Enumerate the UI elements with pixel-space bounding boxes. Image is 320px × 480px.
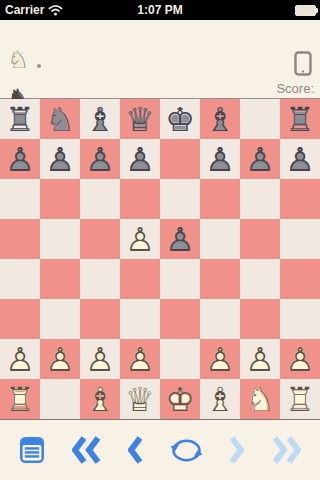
- square-b8[interactable]: ♞♘: [40, 99, 80, 139]
- square-b7[interactable]: ♟♙: [40, 139, 80, 179]
- square-f4[interactable]: [200, 259, 240, 299]
- square-g7[interactable]: ♟♙: [240, 139, 280, 179]
- square-f5[interactable]: [200, 219, 240, 259]
- square-f3[interactable]: [200, 299, 240, 339]
- jump-to-start-button[interactable]: [72, 435, 102, 465]
- square-h7[interactable]: ♟♙: [280, 139, 320, 179]
- jump-to-end-button[interactable]: [271, 435, 301, 465]
- battery-icon: [295, 5, 316, 16]
- chevron-right-icon: [229, 435, 244, 465]
- square-d8[interactable]: ♛♕: [120, 99, 160, 139]
- square-f6[interactable]: [200, 179, 240, 219]
- captured-row-dot: [37, 64, 41, 68]
- double-chevron-left-icon: [72, 435, 102, 465]
- square-h1[interactable]: ♜♖: [280, 379, 320, 419]
- square-f2[interactable]: ♟♙: [200, 339, 240, 379]
- square-g3[interactable]: [240, 299, 280, 339]
- square-c6[interactable]: [80, 179, 120, 219]
- square-b5[interactable]: [40, 219, 80, 259]
- square-a7[interactable]: ♟♙: [0, 139, 40, 179]
- chevron-left-icon: [128, 435, 143, 465]
- square-h6[interactable]: [280, 179, 320, 219]
- status-bar: Carrier 1:07 PM: [0, 0, 320, 20]
- square-d5[interactable]: ♟♙: [120, 219, 160, 259]
- previous-move-button[interactable]: [128, 435, 143, 465]
- square-c2[interactable]: ♟♙: [80, 339, 120, 379]
- square-b2[interactable]: ♟♙: [40, 339, 80, 379]
- square-g1[interactable]: ♞♘: [240, 379, 280, 419]
- white-knight-captured-icon: ♞♘: [5, 46, 31, 74]
- board-frame: ♜♖♞♘♝♗♛♕♚♔♝♗♜♖♟♙♟♙♟♙♟♙♟♙♟♙♟♙♟♙♟♙♟♙♟♙♟♙♟♙…: [0, 98, 320, 420]
- square-f8[interactable]: ♝♗: [200, 99, 240, 139]
- square-h4[interactable]: [280, 259, 320, 299]
- square-b1[interactable]: [40, 379, 80, 419]
- captured-white-knight-row: ♞♘: [5, 46, 41, 74]
- square-e4[interactable]: [160, 259, 200, 299]
- next-move-button[interactable]: [229, 435, 244, 465]
- square-b3[interactable]: [40, 299, 80, 339]
- square-a1[interactable]: ♜♖: [0, 379, 40, 419]
- sync-loop-icon: [170, 437, 203, 464]
- square-f1[interactable]: ♝♗: [200, 379, 240, 419]
- square-c1[interactable]: ♝♗: [80, 379, 120, 419]
- square-h5[interactable]: [280, 219, 320, 259]
- square-d1[interactable]: ♛♕: [120, 379, 160, 419]
- square-a5[interactable]: [0, 219, 40, 259]
- square-h2[interactable]: ♟♙: [280, 339, 320, 379]
- square-b4[interactable]: [40, 259, 80, 299]
- square-a8[interactable]: ♜♖: [0, 99, 40, 139]
- square-a4[interactable]: [0, 259, 40, 299]
- chess-app-screen: Carrier 1:07 PM ♞♘ ♞♘: [0, 0, 320, 480]
- square-c8[interactable]: ♝♗: [80, 99, 120, 139]
- square-g6[interactable]: [240, 179, 280, 219]
- square-d2[interactable]: ♟♙: [120, 339, 160, 379]
- square-d7[interactable]: ♟♙: [120, 139, 160, 179]
- square-a2[interactable]: ♟♙: [0, 339, 40, 379]
- square-e6[interactable]: [160, 179, 200, 219]
- bottom-toolbar: [0, 420, 320, 480]
- square-e7[interactable]: [160, 139, 200, 179]
- square-d3[interactable]: [120, 299, 160, 339]
- square-d6[interactable]: [120, 179, 160, 219]
- clock: 1:07 PM: [0, 3, 320, 17]
- square-c5[interactable]: [80, 219, 120, 259]
- square-g2[interactable]: ♟♙: [240, 339, 280, 379]
- score-label: Score:: [276, 81, 314, 96]
- square-h8[interactable]: ♜♖: [280, 99, 320, 139]
- list-icon: [19, 436, 45, 464]
- moves-list-button[interactable]: [19, 436, 45, 464]
- chess-board: ♜♖♞♘♝♗♛♕♚♔♝♗♜♖♟♙♟♙♟♙♟♙♟♙♟♙♟♙♟♙♟♙♟♙♟♙♟♙♟♙…: [0, 99, 320, 419]
- square-e5[interactable]: ♟♙: [160, 219, 200, 259]
- square-g8[interactable]: [240, 99, 280, 139]
- double-chevron-right-icon: [271, 435, 301, 465]
- square-e8[interactable]: ♚♔: [160, 99, 200, 139]
- sync-button[interactable]: [170, 437, 203, 464]
- square-c3[interactable]: [80, 299, 120, 339]
- square-a3[interactable]: [0, 299, 40, 339]
- square-e2[interactable]: [160, 339, 200, 379]
- square-c7[interactable]: ♟♙: [80, 139, 120, 179]
- square-a6[interactable]: [0, 179, 40, 219]
- square-c4[interactable]: [80, 259, 120, 299]
- game-header: ♞♘ ♞♘ Score: 10.0: [0, 20, 320, 98]
- square-d4[interactable]: [120, 259, 160, 299]
- square-b6[interactable]: [40, 179, 80, 219]
- square-h3[interactable]: [280, 299, 320, 339]
- square-e1[interactable]: ♚♔: [160, 379, 200, 419]
- mobile-device-icon: [294, 51, 312, 76]
- square-g5[interactable]: [240, 219, 280, 259]
- square-e3[interactable]: [160, 299, 200, 339]
- square-g4[interactable]: [240, 259, 280, 299]
- square-f7[interactable]: ♟♙: [200, 139, 240, 179]
